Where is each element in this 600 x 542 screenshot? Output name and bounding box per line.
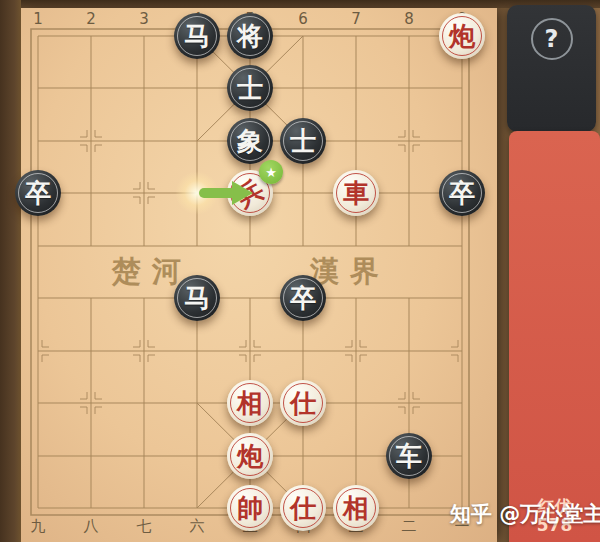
piece-glyph: 马 <box>184 23 210 49</box>
file-label-top: 6 <box>293 10 313 28</box>
piece-glyph: 士 <box>237 75 263 101</box>
piece-glyph: 将 <box>237 23 263 49</box>
piece-glyph: 卒 <box>449 180 475 206</box>
piece-red-elephant[interactable]: 相 <box>227 380 273 426</box>
piece-black-horse[interactable]: 马 <box>174 275 220 321</box>
piece-glyph: 炮 <box>449 23 475 49</box>
piece-black-elephant[interactable]: 象 <box>227 118 273 164</box>
piece-red-general[interactable]: 帥 <box>227 485 273 531</box>
piece-glyph: 車 <box>343 180 369 206</box>
piece-black-soldier[interactable]: 卒 <box>439 170 485 216</box>
watermark: 知乎 @万心堂主 <box>450 500 600 528</box>
piece-glyph: 相 <box>237 390 263 416</box>
piece-glyph: 帥 <box>237 495 263 521</box>
help-panel: ? <box>507 5 596 132</box>
piece-black-horse[interactable]: 马 <box>174 13 220 59</box>
file-label-top: 3 <box>134 10 154 28</box>
last-move-star-badge: ★ <box>259 160 283 184</box>
piece-red-cannon[interactable]: 炮 <box>439 13 485 59</box>
file-label-top: 1 <box>28 10 48 28</box>
piece-glyph: 卒 <box>290 285 316 311</box>
file-label-top: 8 <box>399 10 419 28</box>
piece-red-chariot[interactable]: 車 <box>333 170 379 216</box>
piece-red-advisor[interactable]: 仕 <box>280 380 326 426</box>
file-label-top: 7 <box>346 10 366 28</box>
piece-black-soldier[interactable]: 卒 <box>280 275 326 321</box>
piece-black-chariot[interactable]: 车 <box>386 433 432 479</box>
file-label-bottom: 七 <box>134 517 154 536</box>
xiangqi-board[interactable]: 楚河 漢界 123456789九八七六五四三二一 马将炮士象士卒兵★車卒马卒相仕… <box>21 8 497 542</box>
piece-glyph: 象 <box>237 128 263 154</box>
piece-glyph: 卒 <box>25 180 51 206</box>
piece-red-elephant[interactable]: 相 <box>333 485 379 531</box>
file-label-bottom: 六 <box>187 517 207 536</box>
piece-black-general[interactable]: 将 <box>227 13 273 59</box>
piece-red-cannon[interactable]: 炮 <box>227 433 273 479</box>
file-label-bottom: 九 <box>28 517 48 536</box>
piece-black-advisor[interactable]: 士 <box>227 65 273 111</box>
piece-glyph: 士 <box>290 128 316 154</box>
file-label-bottom: 二 <box>399 517 419 536</box>
file-label-top: 2 <box>81 10 101 28</box>
help-button[interactable]: ? <box>531 18 573 60</box>
piece-glyph: 相 <box>343 495 369 521</box>
piece-red-soldier[interactable]: 兵★ <box>227 170 273 216</box>
file-label-bottom: 八 <box>81 517 101 536</box>
piece-glyph: 炮 <box>237 443 263 469</box>
piece-red-advisor[interactable]: 仕 <box>280 485 326 531</box>
evaluation-panel: 红优 578 <box>509 131 600 542</box>
piece-glyph: 马 <box>184 285 210 311</box>
piece-glyph: 仕 <box>290 495 316 521</box>
piece-black-advisor[interactable]: 士 <box>280 118 326 164</box>
piece-black-soldier[interactable]: 卒 <box>15 170 61 216</box>
piece-glyph: 车 <box>396 443 422 469</box>
xiangqi-app: 楚河 漢界 123456789九八七六五四三二一 马将炮士象士卒兵★車卒马卒相仕… <box>0 0 600 542</box>
piece-glyph: 仕 <box>290 390 316 416</box>
